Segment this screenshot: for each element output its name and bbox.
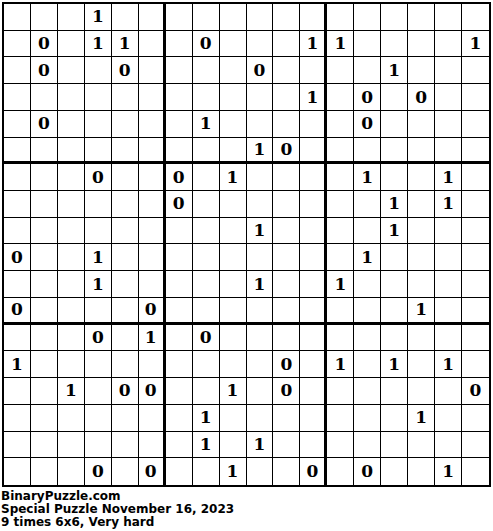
- cell-r13c13-empty[interactable]: [354, 351, 381, 378]
- cell-r14c9-empty[interactable]: [247, 378, 274, 405]
- cell-r2c9-given-0: 0: [247, 57, 274, 84]
- cell-r16c5-empty[interactable]: [139, 432, 166, 459]
- cell-r15c3-empty[interactable]: [85, 405, 112, 432]
- cell-r17c12-empty[interactable]: [327, 458, 354, 485]
- cell-r10c5-empty[interactable]: [139, 271, 166, 298]
- cell-r14c15-empty[interactable]: [408, 378, 435, 405]
- cell-r4c17-empty[interactable]: [462, 111, 489, 138]
- cell-r2c10-empty[interactable]: [273, 57, 300, 84]
- cell-r5c15-empty[interactable]: [408, 138, 435, 165]
- cell-r4c8-empty[interactable]: [220, 111, 247, 138]
- cell-r0c1-empty[interactable]: [31, 4, 58, 31]
- cell-r5c4-empty[interactable]: [112, 138, 139, 165]
- cell-r1c0-empty[interactable]: [4, 31, 31, 58]
- cell-r13c5-empty[interactable]: [139, 351, 166, 378]
- cell-r11c4-empty[interactable]: [112, 298, 139, 325]
- cell-r4c15-empty[interactable]: [408, 111, 435, 138]
- cell-r9c1-empty[interactable]: [31, 244, 58, 271]
- cell-r15c13-empty[interactable]: [354, 405, 381, 432]
- cell-r5c0-empty[interactable]: [4, 138, 31, 165]
- cell-r8c12-empty[interactable]: [327, 218, 354, 245]
- cell-r7c5-empty[interactable]: [139, 191, 166, 218]
- cell-r9c14-empty[interactable]: [381, 244, 408, 271]
- cell-r3c8-empty[interactable]: [220, 84, 247, 111]
- cell-r3c3-empty[interactable]: [85, 84, 112, 111]
- cell-r8c6-empty[interactable]: [166, 218, 193, 245]
- cell-r8c17-empty[interactable]: [462, 218, 489, 245]
- cell-r3c0-empty[interactable]: [4, 84, 31, 111]
- cell-r17c16-given-1: 1: [435, 458, 462, 485]
- cell-r2c13-empty[interactable]: [354, 57, 381, 84]
- cell-r6c14-empty[interactable]: [381, 164, 408, 191]
- cell-r3c1-empty[interactable]: [31, 84, 58, 111]
- cell-r17c0-empty[interactable]: [4, 458, 31, 485]
- cell-r10c8-empty[interactable]: [220, 271, 247, 298]
- cell-r13c17-empty[interactable]: [462, 351, 489, 378]
- cell-r7c13-empty[interactable]: [354, 191, 381, 218]
- cell-r15c9-empty[interactable]: [247, 405, 274, 432]
- cell-r16c16-empty[interactable]: [435, 432, 462, 459]
- cell-r13c11-empty[interactable]: [300, 351, 327, 378]
- cell-r4c14-empty[interactable]: [381, 111, 408, 138]
- cell-r7c6-given-0: 0: [166, 191, 193, 218]
- cell-r17c4-empty[interactable]: [112, 458, 139, 485]
- cell-r10c1-empty[interactable]: [31, 271, 58, 298]
- cell-r6c13-given-1: 1: [354, 164, 381, 191]
- cell-r2c16-empty[interactable]: [435, 57, 462, 84]
- binary-puzzle-page: 1011011100011000101000111011110111110010…: [0, 0, 493, 531]
- cell-r8c13-empty[interactable]: [354, 218, 381, 245]
- cell-r12c7-given-0: 0: [193, 325, 220, 352]
- cell-r11c6-empty[interactable]: [166, 298, 193, 325]
- cell-r4c0-empty[interactable]: [4, 111, 31, 138]
- cell-r14c17-given-0: 0: [462, 378, 489, 405]
- cell-r10c13-empty[interactable]: [354, 271, 381, 298]
- cell-r15c2-empty[interactable]: [58, 405, 85, 432]
- cell-r13c2-empty[interactable]: [58, 351, 85, 378]
- cell-r6c4-empty[interactable]: [112, 164, 139, 191]
- cell-r15c12-empty[interactable]: [327, 405, 354, 432]
- cell-r8c0-empty[interactable]: [4, 218, 31, 245]
- cell-r2c4-given-0: 0: [112, 57, 139, 84]
- cell-r4c5-empty[interactable]: [139, 111, 166, 138]
- cell-r7c10-empty[interactable]: [273, 191, 300, 218]
- cell-r9c3-given-1: 1: [85, 244, 112, 271]
- cell-r1c6-empty[interactable]: [166, 31, 193, 58]
- cell-r15c14-empty[interactable]: [381, 405, 408, 432]
- cell-r5c17-empty[interactable]: [462, 138, 489, 165]
- cell-r16c9-given-1: 1: [247, 432, 274, 459]
- cell-r7c12-empty[interactable]: [327, 191, 354, 218]
- cell-r0c4-empty[interactable]: [112, 4, 139, 31]
- cell-r14c0-empty[interactable]: [4, 378, 31, 405]
- cell-r3c17-empty[interactable]: [462, 84, 489, 111]
- cell-r14c3-empty[interactable]: [85, 378, 112, 405]
- cell-r15c5-empty[interactable]: [139, 405, 166, 432]
- cell-r5c3-empty[interactable]: [85, 138, 112, 165]
- cell-r3c9-empty[interactable]: [247, 84, 274, 111]
- cell-r5c13-empty[interactable]: [354, 138, 381, 165]
- cell-r11c0-given-0: 0: [4, 298, 31, 325]
- cell-r5c14-empty[interactable]: [381, 138, 408, 165]
- cell-r17c6-empty[interactable]: [166, 458, 193, 485]
- cell-r12c2-empty[interactable]: [58, 325, 85, 352]
- cell-r2c8-empty[interactable]: [220, 57, 247, 84]
- cell-r2c7-empty[interactable]: [193, 57, 220, 84]
- cell-r8c4-empty[interactable]: [112, 218, 139, 245]
- cell-r10c0-empty[interactable]: [4, 271, 31, 298]
- cell-r16c1-empty[interactable]: [31, 432, 58, 459]
- cell-r16c10-empty[interactable]: [273, 432, 300, 459]
- cell-r10c7-empty[interactable]: [193, 271, 220, 298]
- cell-r3c5-empty[interactable]: [139, 84, 166, 111]
- cell-r5c8-empty[interactable]: [220, 138, 247, 165]
- cell-r9c11-empty[interactable]: [300, 244, 327, 271]
- cell-r4c10-empty[interactable]: [273, 111, 300, 138]
- cell-r12c9-empty[interactable]: [247, 325, 274, 352]
- cell-r10c4-empty[interactable]: [112, 271, 139, 298]
- cell-r13c9-empty[interactable]: [247, 351, 274, 378]
- cell-r0c14-empty[interactable]: [381, 4, 408, 31]
- cell-r10c15-empty[interactable]: [408, 271, 435, 298]
- cell-r16c11-empty[interactable]: [300, 432, 327, 459]
- cell-r8c16-empty[interactable]: [435, 218, 462, 245]
- cell-r15c1-empty[interactable]: [31, 405, 58, 432]
- cell-r17c3-given-0: 0: [85, 458, 112, 485]
- cell-r17c8-given-1: 1: [220, 458, 247, 485]
- cell-r11c13-empty[interactable]: [354, 298, 381, 325]
- cell-r0c2-empty[interactable]: [58, 4, 85, 31]
- cell-r5c16-empty[interactable]: [435, 138, 462, 165]
- cell-r4c1-given-0: 0: [31, 111, 58, 138]
- cell-r9c4-empty[interactable]: [112, 244, 139, 271]
- cell-r9c9-empty[interactable]: [247, 244, 274, 271]
- cell-r16c13-empty[interactable]: [354, 432, 381, 459]
- cell-r2c3-empty[interactable]: [85, 57, 112, 84]
- cell-r4c9-empty[interactable]: [247, 111, 274, 138]
- cell-r13c8-empty[interactable]: [220, 351, 247, 378]
- cell-r15c8-empty[interactable]: [220, 405, 247, 432]
- cell-r8c5-empty[interactable]: [139, 218, 166, 245]
- cell-r6c17-empty[interactable]: [462, 164, 489, 191]
- cell-r9c6-empty[interactable]: [166, 244, 193, 271]
- cell-r6c9-empty[interactable]: [247, 164, 274, 191]
- cell-r13c15-empty[interactable]: [408, 351, 435, 378]
- cell-r16c2-empty[interactable]: [58, 432, 85, 459]
- cell-r12c3-given-0: 0: [85, 325, 112, 352]
- cell-r16c3-empty[interactable]: [85, 432, 112, 459]
- cell-r17c17-empty[interactable]: [462, 458, 489, 485]
- cell-r3c10-empty[interactable]: [273, 84, 300, 111]
- cell-r1c10-empty[interactable]: [273, 31, 300, 58]
- cell-r16c17-empty[interactable]: [462, 432, 489, 459]
- cell-r1c1-given-0: 0: [31, 31, 58, 58]
- cell-r10c17-empty[interactable]: [462, 271, 489, 298]
- cell-r4c13-given-0: 0: [354, 111, 381, 138]
- cell-r11c10-empty[interactable]: [273, 298, 300, 325]
- cell-r12c10-empty[interactable]: [273, 325, 300, 352]
- cell-r16c8-empty[interactable]: [220, 432, 247, 459]
- cell-r13c14-given-1: 1: [381, 351, 408, 378]
- cell-r12c17-empty[interactable]: [462, 325, 489, 352]
- cell-r11c16-empty[interactable]: [435, 298, 462, 325]
- cell-r16c14-empty[interactable]: [381, 432, 408, 459]
- cell-r5c7-empty[interactable]: [193, 138, 220, 165]
- cell-r16c0-empty[interactable]: [4, 432, 31, 459]
- cell-r10c10-empty[interactable]: [273, 271, 300, 298]
- cell-r3c13-given-0: 0: [354, 84, 381, 111]
- cell-r7c0-empty[interactable]: [4, 191, 31, 218]
- cell-r1c9-empty[interactable]: [247, 31, 274, 58]
- cell-r8c2-empty[interactable]: [58, 218, 85, 245]
- cell-r15c10-empty[interactable]: [273, 405, 300, 432]
- cell-r10c11-empty[interactable]: [300, 271, 327, 298]
- cell-r0c16-empty[interactable]: [435, 4, 462, 31]
- cell-r10c3-given-1: 1: [85, 271, 112, 298]
- cell-r15c11-empty[interactable]: [300, 405, 327, 432]
- cell-r9c15-empty[interactable]: [408, 244, 435, 271]
- cell-r2c17-empty[interactable]: [462, 57, 489, 84]
- cell-r2c5-empty[interactable]: [139, 57, 166, 84]
- cell-r4c12-empty[interactable]: [327, 111, 354, 138]
- cell-r17c2-empty[interactable]: [58, 458, 85, 485]
- cell-r12c11-empty[interactable]: [300, 325, 327, 352]
- cell-r7c17-empty[interactable]: [462, 191, 489, 218]
- cell-r12c14-empty[interactable]: [381, 325, 408, 352]
- cell-r12c15-empty[interactable]: [408, 325, 435, 352]
- cell-r4c11-empty[interactable]: [300, 111, 327, 138]
- cell-r6c0-empty[interactable]: [4, 164, 31, 191]
- cell-r6c7-empty[interactable]: [193, 164, 220, 191]
- cell-r9c17-empty[interactable]: [462, 244, 489, 271]
- cell-r7c8-empty[interactable]: [220, 191, 247, 218]
- cell-r6c6-given-0: 0: [166, 164, 193, 191]
- cell-r2c0-empty[interactable]: [4, 57, 31, 84]
- cell-r12c16-empty[interactable]: [435, 325, 462, 352]
- cell-r9c10-empty[interactable]: [273, 244, 300, 271]
- cell-r6c2-empty[interactable]: [58, 164, 85, 191]
- cell-r17c9-empty[interactable]: [247, 458, 274, 485]
- cell-r0c17-empty[interactable]: [462, 4, 489, 31]
- cell-r14c11-empty[interactable]: [300, 378, 327, 405]
- cell-r8c15-empty[interactable]: [408, 218, 435, 245]
- cell-r11c8-empty[interactable]: [220, 298, 247, 325]
- cell-r0c9-empty[interactable]: [247, 4, 274, 31]
- cell-r12c4-empty[interactable]: [112, 325, 139, 352]
- cell-r6c1-empty[interactable]: [31, 164, 58, 191]
- cell-r16c12-empty[interactable]: [327, 432, 354, 459]
- cell-r0c12-empty[interactable]: [327, 4, 354, 31]
- cell-r14c12-empty[interactable]: [327, 378, 354, 405]
- cell-r6c8-given-1: 1: [220, 164, 247, 191]
- cell-r10c16-empty[interactable]: [435, 271, 462, 298]
- cell-r9c16-empty[interactable]: [435, 244, 462, 271]
- cell-r15c0-empty[interactable]: [4, 405, 31, 432]
- cell-r13c10-given-0: 0: [273, 351, 300, 378]
- cell-r0c13-empty[interactable]: [354, 4, 381, 31]
- cell-r1c2-empty[interactable]: [58, 31, 85, 58]
- cell-r9c13-given-1: 1: [354, 244, 381, 271]
- cell-r17c5-given-0: 0: [139, 458, 166, 485]
- cell-r7c14-given-1: 1: [381, 191, 408, 218]
- cell-r3c2-empty[interactable]: [58, 84, 85, 111]
- cell-r0c7-empty[interactable]: [193, 4, 220, 31]
- cell-r8c1-empty[interactable]: [31, 218, 58, 245]
- cell-r11c1-empty[interactable]: [31, 298, 58, 325]
- cell-r17c1-empty[interactable]: [31, 458, 58, 485]
- cell-r3c14-empty[interactable]: [381, 84, 408, 111]
- cell-r14c14-empty[interactable]: [381, 378, 408, 405]
- cell-r16c15-empty[interactable]: [408, 432, 435, 459]
- cell-r16c7-given-1: 1: [193, 432, 220, 459]
- cell-r10c9-given-1: 1: [247, 271, 274, 298]
- cell-r1c4-given-1: 1: [112, 31, 139, 58]
- cell-r13c6-empty[interactable]: [166, 351, 193, 378]
- cell-r7c15-empty[interactable]: [408, 191, 435, 218]
- cell-r1c8-empty[interactable]: [220, 31, 247, 58]
- cell-r4c7-given-1: 1: [193, 111, 220, 138]
- cell-r12c5-given-1: 1: [139, 325, 166, 352]
- cell-r3c16-empty[interactable]: [435, 84, 462, 111]
- cell-r0c15-empty[interactable]: [408, 4, 435, 31]
- cell-r4c4-empty[interactable]: [112, 111, 139, 138]
- cell-r15c16-empty[interactable]: [435, 405, 462, 432]
- cell-r2c2-empty[interactable]: [58, 57, 85, 84]
- cell-r8c7-empty[interactable]: [193, 218, 220, 245]
- cell-r11c17-empty[interactable]: [462, 298, 489, 325]
- cell-r13c1-empty[interactable]: [31, 351, 58, 378]
- cell-r13c12-given-1: 1: [327, 351, 354, 378]
- cell-r9c7-empty[interactable]: [193, 244, 220, 271]
- cell-r5c12-empty[interactable]: [327, 138, 354, 165]
- cell-r11c2-empty[interactable]: [58, 298, 85, 325]
- cell-r7c4-empty[interactable]: [112, 191, 139, 218]
- cell-r0c11-empty[interactable]: [300, 4, 327, 31]
- cell-r6c11-empty[interactable]: [300, 164, 327, 191]
- cell-r12c1-empty[interactable]: [31, 325, 58, 352]
- cell-r7c2-empty[interactable]: [58, 191, 85, 218]
- cell-r10c2-empty[interactable]: [58, 271, 85, 298]
- cell-r1c12-given-1: 1: [327, 31, 354, 58]
- cell-r3c4-empty[interactable]: [112, 84, 139, 111]
- cell-r7c7-empty[interactable]: [193, 191, 220, 218]
- cell-r9c5-empty[interactable]: [139, 244, 166, 271]
- cell-r1c14-empty[interactable]: [381, 31, 408, 58]
- cell-r14c13-empty[interactable]: [354, 378, 381, 405]
- cell-r1c3-given-1: 1: [85, 31, 112, 58]
- cell-r13c4-empty[interactable]: [112, 351, 139, 378]
- cell-r7c11-empty[interactable]: [300, 191, 327, 218]
- cell-r13c3-empty[interactable]: [85, 351, 112, 378]
- cell-r10c14-empty[interactable]: [381, 271, 408, 298]
- cell-r4c2-empty[interactable]: [58, 111, 85, 138]
- cell-r16c6-empty[interactable]: [166, 432, 193, 459]
- cell-r11c3-empty[interactable]: [85, 298, 112, 325]
- cell-r12c12-empty[interactable]: [327, 325, 354, 352]
- cell-r14c4-given-0: 0: [112, 378, 139, 405]
- cell-r9c8-empty[interactable]: [220, 244, 247, 271]
- cell-r1c15-empty[interactable]: [408, 31, 435, 58]
- cell-r0c8-empty[interactable]: [220, 4, 247, 31]
- cell-r2c15-empty[interactable]: [408, 57, 435, 84]
- cell-r3c7-empty[interactable]: [193, 84, 220, 111]
- cell-r7c9-empty[interactable]: [247, 191, 274, 218]
- cell-r14c7-empty[interactable]: [193, 378, 220, 405]
- cell-r17c15-empty[interactable]: [408, 458, 435, 485]
- cell-r5c11-empty[interactable]: [300, 138, 327, 165]
- cell-r4c3-empty[interactable]: [85, 111, 112, 138]
- cell-r3c11-given-1: 1: [300, 84, 327, 111]
- cell-r5c6-empty[interactable]: [166, 138, 193, 165]
- cell-r11c11-empty[interactable]: [300, 298, 327, 325]
- cell-r0c5-empty[interactable]: [139, 4, 166, 31]
- cell-r9c2-empty[interactable]: [58, 244, 85, 271]
- cell-r1c17-given-1: 1: [462, 31, 489, 58]
- cell-r5c5-empty[interactable]: [139, 138, 166, 165]
- cell-r12c13-empty[interactable]: [354, 325, 381, 352]
- cell-r5c1-empty[interactable]: [31, 138, 58, 165]
- cell-r3c6-empty[interactable]: [166, 84, 193, 111]
- cell-r6c5-empty[interactable]: [139, 164, 166, 191]
- cell-r0c0-empty[interactable]: [4, 4, 31, 31]
- cell-r6c15-empty[interactable]: [408, 164, 435, 191]
- cell-r4c16-empty[interactable]: [435, 111, 462, 138]
- cell-r11c7-empty[interactable]: [193, 298, 220, 325]
- cell-r0c6-empty[interactable]: [166, 4, 193, 31]
- cell-r6c16-given-1: 1: [435, 164, 462, 191]
- cell-r10c6-empty[interactable]: [166, 271, 193, 298]
- cell-r5c2-empty[interactable]: [58, 138, 85, 165]
- cell-r1c13-empty[interactable]: [354, 31, 381, 58]
- cell-r9c12-empty[interactable]: [327, 244, 354, 271]
- cell-r2c12-empty[interactable]: [327, 57, 354, 84]
- cell-r2c6-empty[interactable]: [166, 57, 193, 84]
- cell-r12c8-empty[interactable]: [220, 325, 247, 352]
- cell-r14c6-empty[interactable]: [166, 378, 193, 405]
- cell-r15c6-empty[interactable]: [166, 405, 193, 432]
- cell-r4c6-empty[interactable]: [166, 111, 193, 138]
- cell-r1c16-empty[interactable]: [435, 31, 462, 58]
- cell-r16c4-empty[interactable]: [112, 432, 139, 459]
- cell-r12c0-empty[interactable]: [4, 325, 31, 352]
- cell-r14c1-empty[interactable]: [31, 378, 58, 405]
- cell-r13c7-empty[interactable]: [193, 351, 220, 378]
- cell-r6c12-empty[interactable]: [327, 164, 354, 191]
- cell-r15c17-empty[interactable]: [462, 405, 489, 432]
- cell-r11c14-empty[interactable]: [381, 298, 408, 325]
- cell-r6c10-empty[interactable]: [273, 164, 300, 191]
- cell-r14c16-empty[interactable]: [435, 378, 462, 405]
- cell-r8c3-empty[interactable]: [85, 218, 112, 245]
- cell-r11c9-empty[interactable]: [247, 298, 274, 325]
- cell-r3c12-empty[interactable]: [327, 84, 354, 111]
- cell-r12c6-empty[interactable]: [166, 325, 193, 352]
- cell-r8c11-empty[interactable]: [300, 218, 327, 245]
- cell-r17c14-empty[interactable]: [381, 458, 408, 485]
- cell-r17c7-empty[interactable]: [193, 458, 220, 485]
- cell-r7c1-empty[interactable]: [31, 191, 58, 218]
- cell-r1c5-empty[interactable]: [139, 31, 166, 58]
- cell-r0c10-empty[interactable]: [273, 4, 300, 31]
- cell-r17c10-empty[interactable]: [273, 458, 300, 485]
- cell-r7c3-empty[interactable]: [85, 191, 112, 218]
- cell-r2c1-given-0: 0: [31, 57, 58, 84]
- cell-r11c12-empty[interactable]: [327, 298, 354, 325]
- cell-r8c10-empty[interactable]: [273, 218, 300, 245]
- cell-r2c11-empty[interactable]: [300, 57, 327, 84]
- cell-r8c8-empty[interactable]: [220, 218, 247, 245]
- cell-r15c4-empty[interactable]: [112, 405, 139, 432]
